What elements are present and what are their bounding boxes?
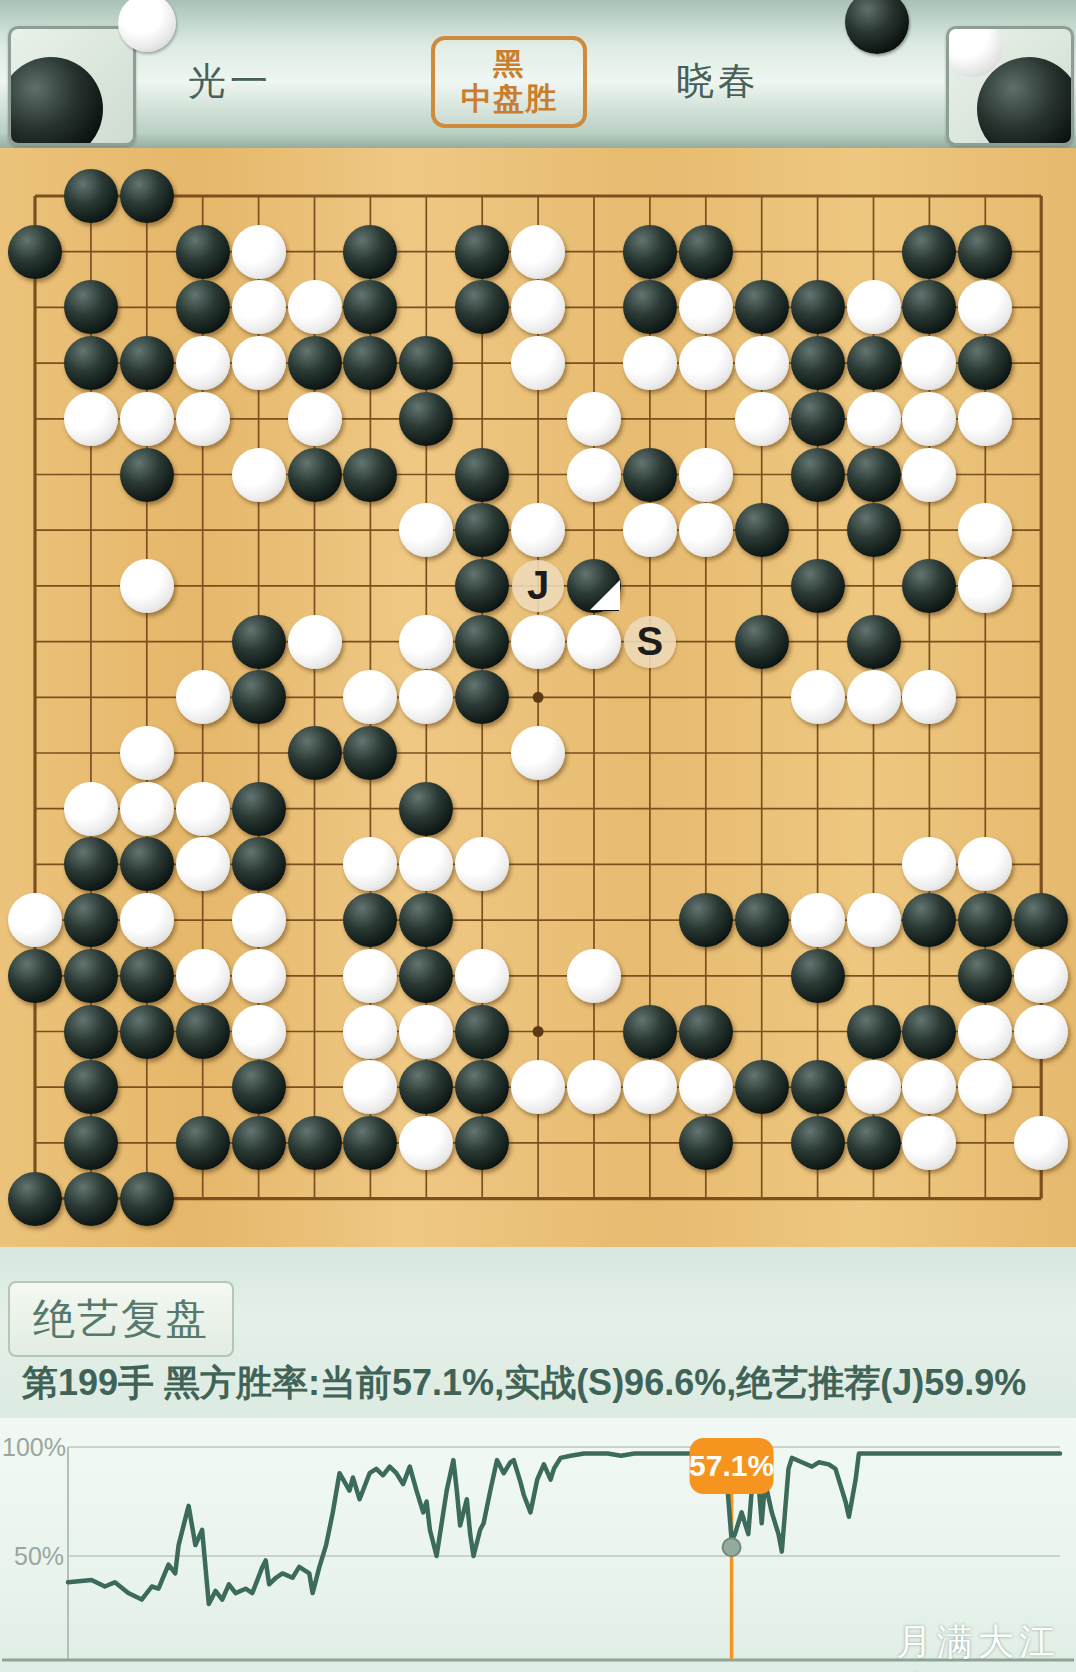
black-stone <box>455 225 509 279</box>
game-header: 光一 黑 中盘胜 晓春 <box>0 0 1076 150</box>
black-stone <box>847 615 901 669</box>
black-stone <box>847 503 901 557</box>
left-player-avatar[interactable] <box>8 26 136 146</box>
black-stone <box>455 1060 509 1114</box>
white-stone <box>343 949 397 1003</box>
white-stone <box>679 503 733 557</box>
go-board[interactable]: JS <box>0 148 1076 1247</box>
white-stone <box>958 392 1012 446</box>
white-stone <box>399 1005 453 1059</box>
white-stone <box>1014 949 1068 1003</box>
white-stone <box>232 893 286 947</box>
ytick-100: 100% <box>2 1433 66 1461</box>
white-stone <box>232 448 286 502</box>
black-stone <box>176 1116 230 1170</box>
black-stone <box>120 1005 174 1059</box>
white-stone <box>735 336 789 390</box>
black-stone <box>623 225 677 279</box>
white-stone <box>120 893 174 947</box>
black-stone <box>120 448 174 502</box>
white-stone <box>735 392 789 446</box>
white-stone <box>232 336 286 390</box>
white-stone <box>288 280 342 334</box>
black-stone <box>8 1172 62 1226</box>
right-player-avatar[interactable] <box>946 26 1074 146</box>
black-stone <box>232 670 286 724</box>
black-stone <box>455 1005 509 1059</box>
white-stone <box>511 503 565 557</box>
black-stone-icon <box>845 0 909 54</box>
black-stone <box>288 726 342 780</box>
black-stone <box>735 615 789 669</box>
white-stone <box>120 559 174 613</box>
black-stone <box>679 1005 733 1059</box>
black-stone <box>64 1005 118 1059</box>
black-stone <box>1014 893 1068 947</box>
black-stone <box>288 448 342 502</box>
result-badge-method: 中盘胜 <box>435 81 583 117</box>
black-stone <box>791 559 845 613</box>
white-stone <box>455 949 509 1003</box>
white-stone <box>511 1060 565 1114</box>
result-badge: 黑 中盘胜 <box>431 36 587 128</box>
black-stone <box>623 1005 677 1059</box>
white-stone <box>176 837 230 891</box>
black-stone <box>399 893 453 947</box>
black-stone <box>791 949 845 1003</box>
black-stone <box>791 392 845 446</box>
black-stone <box>399 336 453 390</box>
white-stone <box>958 559 1012 613</box>
white-stone <box>847 1060 901 1114</box>
white-stone <box>902 448 956 502</box>
white-stone <box>511 726 565 780</box>
black-stone <box>64 1060 118 1114</box>
black-stone <box>343 1116 397 1170</box>
black-stone <box>8 225 62 279</box>
black-stone <box>455 1116 509 1170</box>
white-stone <box>902 392 956 446</box>
black-stone <box>288 336 342 390</box>
result-badge-winner: 黑 <box>435 47 583 82</box>
black-stone <box>958 225 1012 279</box>
black-stone <box>735 893 789 947</box>
white-stone <box>623 1060 677 1114</box>
black-stone <box>791 1060 845 1114</box>
black-stone <box>120 1172 174 1226</box>
white-stone <box>567 949 621 1003</box>
black-stone <box>64 280 118 334</box>
black-stone <box>64 893 118 947</box>
black-stone <box>120 336 174 390</box>
white-stone <box>176 392 230 446</box>
white-stone-icon <box>118 0 176 52</box>
white-stone <box>511 615 565 669</box>
watermark-text: 月满大江流 <box>896 1618 1076 1672</box>
black-stone <box>176 1005 230 1059</box>
white-stone <box>64 392 118 446</box>
black-stone <box>791 280 845 334</box>
black-stone <box>902 225 956 279</box>
review-panel: 绝艺复盘 第199手 黑方胜率:当前57.1%,实战(S)96.6%,绝艺推荐(… <box>0 1247 1076 1418</box>
left-player-name: 光一 <box>188 56 272 107</box>
black-stone <box>343 448 397 502</box>
white-stone <box>399 615 453 669</box>
black-stone <box>455 448 509 502</box>
ai-review-button[interactable]: 绝艺复盘 <box>8 1281 234 1357</box>
white-stone <box>120 392 174 446</box>
black-stone <box>120 949 174 1003</box>
white-stone <box>679 1060 733 1114</box>
black-stone <box>232 782 286 836</box>
white-stone <box>791 893 845 947</box>
black-stone <box>64 336 118 390</box>
black-stone <box>399 782 453 836</box>
black-stone <box>791 336 845 390</box>
white-stone <box>679 280 733 334</box>
black-stone <box>64 1172 118 1226</box>
black-stone <box>232 1060 286 1114</box>
white-stone <box>847 670 901 724</box>
white-stone <box>847 280 901 334</box>
white-stone <box>120 726 174 780</box>
black-stone <box>455 615 509 669</box>
white-stone <box>567 615 621 669</box>
black-stone <box>455 559 509 613</box>
black-stone <box>176 225 230 279</box>
white-stone <box>232 949 286 1003</box>
white-stone <box>1014 1116 1068 1170</box>
white-stone <box>511 225 565 279</box>
white-stone <box>232 225 286 279</box>
white-stone <box>176 670 230 724</box>
white-stone <box>567 1060 621 1114</box>
black-stone <box>64 1116 118 1170</box>
white-stone <box>288 392 342 446</box>
white-stone <box>847 893 901 947</box>
white-stone <box>8 893 62 947</box>
black-stone <box>679 1116 733 1170</box>
current-winrate-label: 57.1% <box>689 1449 774 1482</box>
white-stone <box>288 615 342 669</box>
black-stone <box>120 837 174 891</box>
black-stone <box>623 448 677 502</box>
black-stone <box>288 1116 342 1170</box>
white-stone <box>232 280 286 334</box>
black-stone <box>958 893 1012 947</box>
black-stone <box>902 1005 956 1059</box>
white-stone <box>343 1005 397 1059</box>
black-stone <box>847 1005 901 1059</box>
white-stone <box>623 503 677 557</box>
white-stone <box>64 782 118 836</box>
white-stone <box>791 670 845 724</box>
black-stone <box>120 169 174 223</box>
white-stone <box>679 336 733 390</box>
white-stone <box>623 336 677 390</box>
black-stone <box>623 280 677 334</box>
white-stone <box>679 448 733 502</box>
avatar-black-stone-icon <box>8 57 103 146</box>
white-stone <box>176 949 230 1003</box>
right-player-name: 晓春 <box>676 56 760 107</box>
white-stone <box>847 392 901 446</box>
black-stone <box>791 1116 845 1170</box>
black-stone <box>399 949 453 1003</box>
white-stone <box>120 782 174 836</box>
current-move-dot <box>723 1538 741 1556</box>
black-stone <box>902 559 956 613</box>
suggestion-marker-S: S <box>624 616 676 668</box>
black-stone <box>8 949 62 1003</box>
white-stone <box>399 1116 453 1170</box>
black-stone <box>735 280 789 334</box>
black-stone <box>679 893 733 947</box>
white-stone <box>567 448 621 502</box>
white-stone <box>176 336 230 390</box>
black-stone <box>176 280 230 334</box>
black-stone <box>735 503 789 557</box>
white-stone <box>176 782 230 836</box>
black-stone <box>735 1060 789 1114</box>
black-stone <box>847 448 901 502</box>
black-stone <box>64 169 118 223</box>
white-stone <box>511 336 565 390</box>
avatar-black-stone-icon <box>977 57 1074 146</box>
black-stone <box>399 392 453 446</box>
black-stone <box>64 837 118 891</box>
app-screen: 光一 黑 中盘胜 晓春 JS 绝艺复盘 第199手 黑方胜率:当前57.1%,实… <box>0 0 1076 1672</box>
white-stone <box>567 392 621 446</box>
white-stone <box>958 1005 1012 1059</box>
last-move-triangle-icon <box>590 580 620 610</box>
black-stone <box>958 336 1012 390</box>
ytick-50: 50% <box>14 1542 64 1570</box>
black-stone <box>847 336 901 390</box>
black-stone <box>232 615 286 669</box>
suggestion-marker-J: J <box>512 560 564 612</box>
black-stone <box>343 225 397 279</box>
black-stone <box>232 1116 286 1170</box>
black-stone <box>232 837 286 891</box>
black-stone <box>455 503 509 557</box>
black-stone <box>958 949 1012 1003</box>
black-stone <box>791 448 845 502</box>
winrate-status-text: 第199手 黑方胜率:当前57.1%,实战(S)96.6%,绝艺推荐(J)59.… <box>22 1359 1072 1408</box>
black-stone <box>679 225 733 279</box>
black-stone <box>847 1116 901 1170</box>
white-stone <box>902 1116 956 1170</box>
white-stone <box>232 1005 286 1059</box>
white-stone <box>1014 1005 1068 1059</box>
winrate-curve <box>68 1454 1060 1605</box>
black-stone <box>64 949 118 1003</box>
black-stone <box>343 726 397 780</box>
